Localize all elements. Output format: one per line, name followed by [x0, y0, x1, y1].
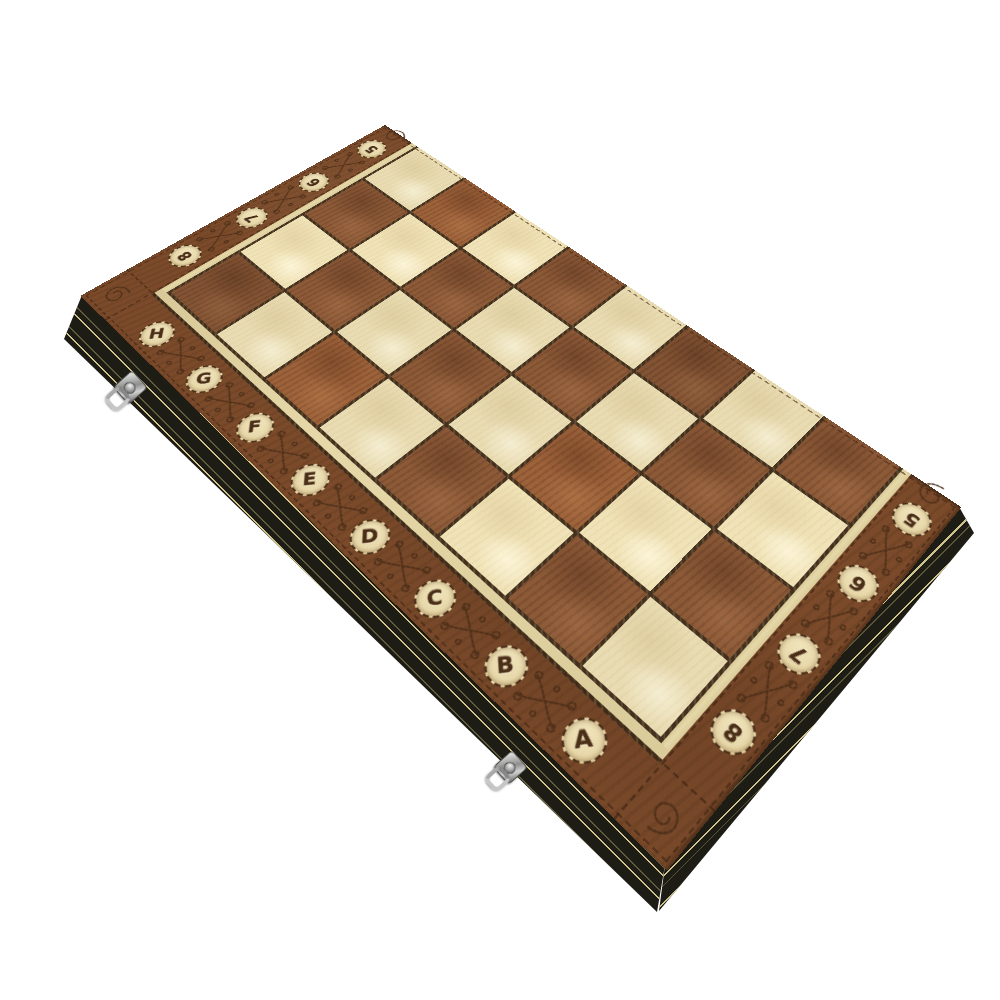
file-label-c-glyph: C [427, 587, 444, 609]
corner-scroll-icon [92, 279, 139, 313]
product-photo-canvas: { "meta": { "description": "Overhead ang… [0, 0, 1000, 1000]
file-label-e-glyph: E [302, 471, 317, 489]
rank-label-right-8-glyph: 8 [720, 717, 748, 746]
rank-label-left-8-glyph: 8 [175, 249, 196, 263]
file-label-f-glyph: F [247, 419, 262, 436]
rank-label-left-7-glyph: 7 [242, 211, 262, 224]
file-label-d-glyph: D [361, 526, 379, 546]
rank-label-left-5-glyph: 5 [363, 143, 381, 154]
rank-label-right-5-glyph: 5 [900, 508, 923, 529]
file-label-a-glyph: A [573, 727, 594, 753]
corner-scroll-icon [379, 126, 410, 146]
file-label-b-glyph: B [497, 654, 516, 678]
file-label-g-glyph: G [195, 371, 213, 387]
rank-label-right-6-glyph: 6 [846, 571, 871, 594]
corner-scroll-icon [632, 783, 694, 849]
file-label-h-glyph: H [148, 327, 166, 342]
rank-label-right-7-glyph: 7 [786, 640, 812, 666]
rank-label-left-6-glyph: 6 [305, 176, 324, 188]
